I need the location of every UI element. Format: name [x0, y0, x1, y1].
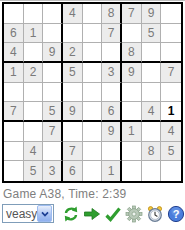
cell-r4c4[interactable]: 5 — [63, 63, 83, 83]
cell-r8c3[interactable] — [43, 142, 63, 162]
help-button[interactable]: ? — [167, 205, 185, 223]
cell-r9c7[interactable] — [122, 161, 142, 181]
select-arrow-button[interactable] — [37, 205, 52, 222]
cell-r8c8[interactable]: 8 — [142, 142, 162, 162]
cell-r9c1[interactable] — [4, 161, 24, 181]
alarm-clock-icon — [146, 205, 164, 223]
cell-r2c6[interactable]: 7 — [102, 24, 122, 44]
cell-r7c4[interactable] — [63, 122, 83, 142]
cell-r7c9[interactable]: 4 — [161, 122, 181, 142]
cell-r6c7[interactable] — [122, 102, 142, 122]
cell-r5c1[interactable] — [4, 83, 24, 103]
sudoku-board: 487961754928125397759641791447855361 — [2, 2, 183, 183]
cell-r5c9[interactable] — [161, 83, 181, 103]
cell-r7c8[interactable] — [142, 122, 162, 142]
check-button[interactable] — [104, 205, 122, 223]
cell-r1c2[interactable] — [24, 4, 44, 24]
top-divider — [0, 0, 185, 1]
settings-button[interactable] — [125, 205, 143, 223]
cell-r3c1[interactable]: 4 — [4, 43, 24, 63]
cell-r1c9[interactable] — [161, 4, 181, 24]
cell-r2c5[interactable] — [83, 24, 103, 44]
cell-r1c1[interactable] — [4, 4, 24, 24]
question-glyph: ? — [173, 208, 180, 220]
cell-r7c3[interactable]: 7 — [43, 122, 63, 142]
status-text: Game A38, Time: 2:39 — [3, 187, 185, 201]
cell-r8c6[interactable] — [102, 142, 122, 162]
cell-r7c6[interactable]: 9 — [102, 122, 122, 142]
cell-r1c6[interactable]: 8 — [102, 4, 122, 24]
cell-r6c4[interactable]: 9 — [63, 102, 83, 122]
cell-r4c8[interactable] — [142, 63, 162, 83]
cell-r5c8[interactable] — [142, 83, 162, 103]
cell-r3c2[interactable] — [24, 43, 44, 63]
check-icon — [104, 205, 122, 223]
new-game-button[interactable] — [62, 205, 80, 223]
cell-r5c4[interactable] — [63, 83, 83, 103]
cell-r9c8[interactable] — [142, 161, 162, 181]
cell-r8c1[interactable] — [4, 142, 24, 162]
difficulty-value: veasy — [6, 207, 37, 221]
cell-r5c3[interactable] — [43, 83, 63, 103]
cell-r3c8[interactable] — [142, 43, 162, 63]
cell-r9c4[interactable]: 6 — [63, 161, 83, 181]
cell-r6c2[interactable] — [24, 102, 44, 122]
help-icon: ? — [167, 205, 185, 223]
cell-r8c2[interactable]: 4 — [24, 142, 44, 162]
cell-r1c7[interactable]: 7 — [122, 4, 142, 24]
cell-r4c2[interactable]: 2 — [24, 63, 44, 83]
cell-r4c5[interactable] — [83, 63, 103, 83]
cell-r8c9[interactable]: 5 — [161, 142, 181, 162]
cell-r3c7[interactable]: 8 — [122, 43, 142, 63]
cell-r9c2[interactable]: 5 — [24, 161, 44, 181]
cell-r5c7[interactable] — [122, 83, 142, 103]
chevron-down-icon — [40, 209, 50, 219]
cell-r3c4[interactable]: 2 — [63, 43, 83, 63]
cell-r4c1[interactable]: 1 — [4, 63, 24, 83]
cell-r7c7[interactable]: 1 — [122, 122, 142, 142]
refresh-icon — [62, 205, 80, 223]
gear-icon — [125, 205, 143, 223]
cell-r6c6[interactable]: 6 — [102, 102, 122, 122]
cell-r6c3[interactable]: 5 — [43, 102, 63, 122]
cell-r6c1[interactable]: 7 — [4, 102, 24, 122]
cell-r4c3[interactable] — [43, 63, 63, 83]
cell-r6c8[interactable]: 4 — [142, 102, 162, 122]
cell-r2c7[interactable] — [122, 24, 142, 44]
arrow-right-icon — [83, 205, 101, 223]
cell-r8c7[interactable] — [122, 142, 142, 162]
cell-r5c6[interactable] — [102, 83, 122, 103]
cell-r9c3[interactable]: 3 — [43, 161, 63, 181]
cell-r8c4[interactable]: 7 — [63, 142, 83, 162]
cell-r3c6[interactable] — [102, 43, 122, 63]
cell-r3c5[interactable] — [83, 43, 103, 63]
cell-r2c9[interactable] — [161, 24, 181, 44]
cell-r7c2[interactable] — [24, 122, 44, 142]
cell-r8c5[interactable] — [83, 142, 103, 162]
cell-r1c8[interactable]: 9 — [142, 4, 162, 24]
cell-r4c6[interactable]: 3 — [102, 63, 122, 83]
cell-r3c9[interactable] — [161, 43, 181, 63]
forward-button[interactable] — [83, 205, 101, 223]
cell-r6c5[interactable] — [83, 102, 103, 122]
difficulty-select[interactable]: veasy — [2, 204, 54, 223]
cell-r3c3[interactable]: 9 — [43, 43, 63, 63]
cell-r1c3[interactable] — [43, 4, 63, 24]
cell-r2c3[interactable] — [43, 24, 63, 44]
cell-r2c4[interactable] — [63, 24, 83, 44]
cell-r1c5[interactable] — [83, 4, 103, 24]
cell-r7c5[interactable] — [83, 122, 103, 142]
cell-r4c7[interactable]: 9 — [122, 63, 142, 83]
cell-r9c5[interactable] — [83, 161, 103, 181]
timer-button[interactable] — [146, 205, 164, 223]
cell-r2c1[interactable]: 6 — [4, 24, 24, 44]
cell-r9c9[interactable] — [161, 161, 181, 181]
cell-r9c6[interactable]: 1 — [102, 161, 122, 181]
cell-r6c9[interactable]: 1 — [161, 102, 181, 122]
cell-r7c1[interactable] — [4, 122, 24, 142]
cell-r2c8[interactable]: 5 — [142, 24, 162, 44]
cell-r1c4[interactable]: 4 — [63, 4, 83, 24]
cell-r4c9[interactable]: 7 — [161, 63, 181, 83]
toolbar: veasy — [2, 204, 185, 223]
cell-r2c2[interactable]: 1 — [24, 24, 44, 44]
cell-r5c2[interactable] — [24, 83, 44, 103]
cell-r5c5[interactable] — [83, 83, 103, 103]
